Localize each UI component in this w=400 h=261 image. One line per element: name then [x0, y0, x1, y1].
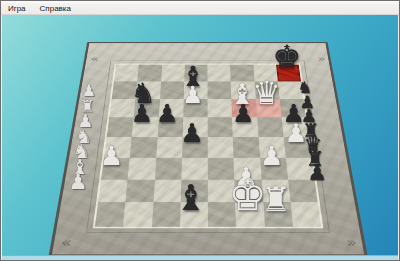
- piece-black-pawn-f5[interactable]: ♟: [232, 103, 254, 128]
- piece-white-pawn-d6[interactable]: ♟: [182, 84, 203, 108]
- frame-arrow-top-left: «: [90, 55, 98, 63]
- menu-item-help[interactable]: Справка: [40, 3, 71, 14]
- square-e8[interactable]: [207, 65, 230, 82]
- frame-arrow-top-right: »: [317, 55, 325, 63]
- menu-bar: Игра Справка: [1, 3, 399, 15]
- square-g5[interactable]: [257, 117, 284, 137]
- square-c3[interactable]: [154, 158, 181, 180]
- square-e5[interactable]: [208, 117, 233, 137]
- square-b3[interactable]: [128, 158, 156, 180]
- piece-white-pawn-g3[interactable]: ♟: [260, 142, 284, 169]
- app-window: Игра Справка « » « » ♚♝♞♟♝♛♟♟♟♟♟♟♟♟♟♝♚♜ …: [0, 0, 400, 261]
- menu-item-game[interactable]: Игра: [8, 3, 26, 14]
- square-b2[interactable]: [126, 179, 155, 202]
- square-d3[interactable]: [181, 158, 208, 180]
- square-h1[interactable]: [290, 202, 321, 226]
- piece-black-king-h8[interactable]: ♚: [273, 41, 302, 73]
- square-a2[interactable]: [98, 179, 128, 202]
- frame-arrow-bottom-right: »: [345, 236, 356, 250]
- square-c4[interactable]: [156, 137, 183, 158]
- frame-arrow-bottom-left: «: [60, 236, 71, 250]
- piece-white-pawn-a3[interactable]: ♟: [100, 142, 124, 169]
- captured-black-pawn: ♟: [307, 162, 326, 183]
- square-b1[interactable]: [123, 202, 153, 226]
- game-scene: « » « » ♚♝♞♟♝♛♟♟♟♟♟♟♟♟♟♝♚♜ ♟♜♟♞♞♝♟ ♞♟♟♜♛…: [2, 15, 398, 260]
- square-e4[interactable]: [208, 137, 234, 158]
- square-a1[interactable]: [95, 202, 126, 226]
- piece-white-queen-g6[interactable]: ♛: [252, 77, 281, 109]
- square-e7[interactable]: [207, 81, 231, 99]
- piece-black-bishop-d1[interactable]: ♝: [175, 182, 206, 217]
- piece-white-rook-g1[interactable]: ♜: [261, 183, 291, 217]
- window-bottom-glass: [2, 255, 398, 260]
- captured-white-pawn: ♟: [69, 171, 88, 192]
- piece-black-pawn-d4[interactable]: ♟: [181, 122, 204, 148]
- square-b4[interactable]: [130, 137, 157, 158]
- piece-black-pawn-b5[interactable]: ♟: [131, 103, 153, 128]
- square-f4[interactable]: [233, 137, 260, 158]
- piece-black-pawn-c5[interactable]: ♟: [156, 103, 178, 128]
